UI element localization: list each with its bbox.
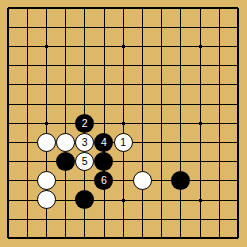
go-board[interactable]: 234156: [0, 0, 247, 247]
stone-white[interactable]: [37, 171, 56, 190]
stone-move-1[interactable]: 1: [114, 133, 133, 152]
stone-black[interactable]: [94, 152, 113, 171]
stone-move-5[interactable]: 5: [75, 152, 94, 171]
stone-white[interactable]: [56, 133, 75, 152]
go-diagram: 234156: [0, 0, 247, 247]
stone-black[interactable]: [171, 171, 190, 190]
stone-move-6[interactable]: 6: [94, 171, 113, 190]
stone-white[interactable]: [37, 133, 56, 152]
stone-white[interactable]: [37, 190, 56, 209]
stone-move-2[interactable]: 2: [75, 114, 94, 133]
stone-black[interactable]: [56, 152, 75, 171]
stone-move-4[interactable]: 4: [94, 133, 113, 152]
stone-move-3[interactable]: 3: [75, 133, 94, 152]
stone-grid: 234156: [0, 0, 247, 247]
stone-white[interactable]: [133, 171, 152, 190]
stone-black[interactable]: [75, 190, 94, 209]
